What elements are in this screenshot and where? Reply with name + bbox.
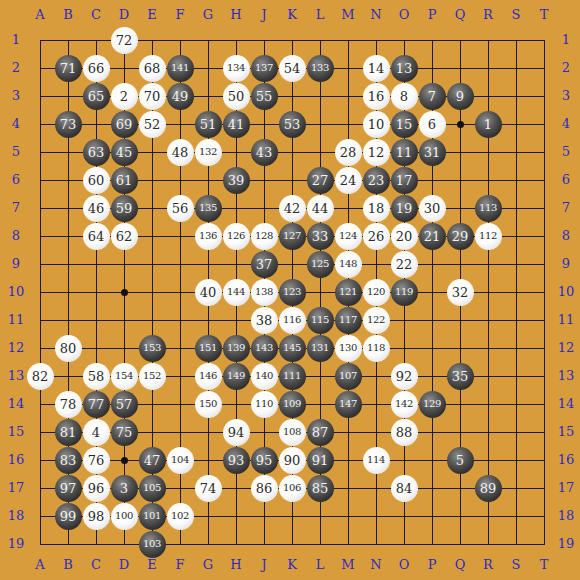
stone-W-52-E4: 52	[139, 111, 166, 138]
stone-B-85-L17: 85	[307, 475, 334, 502]
col-label-M: M	[334, 1, 362, 29]
column-labels-bottom: ABCDEFGHJKLMNOPQRST	[26, 551, 558, 579]
stone-B-37-J9: 37	[251, 251, 278, 278]
col-label-S: S	[502, 1, 530, 29]
stone-W-152-E13: 152	[139, 363, 166, 390]
stone-B-133-L2: 133	[307, 55, 334, 82]
row-labels-left: 12345678910111213141516171819	[2, 26, 30, 558]
stone-W-20-O8: 20	[391, 223, 418, 250]
stone-W-84-O17: 84	[391, 475, 418, 502]
col-label-D: D	[110, 1, 138, 29]
stone-W-24-M6: 24	[335, 167, 362, 194]
col-label-K: K	[278, 551, 306, 579]
go-board[interactable]: 1234567891011121314151617181920212223242…	[0, 0, 580, 580]
stone-W-130-M12: 130	[335, 335, 362, 362]
stone-B-53-K4: 53	[279, 111, 306, 138]
row-label-5: 5	[2, 138, 30, 166]
stone-B-129-P14: 129	[419, 391, 446, 418]
stone-W-94-H15: 94	[223, 419, 250, 446]
row-label-1: 1	[2, 26, 30, 54]
stone-W-82-A13: 82	[27, 363, 54, 390]
stone-B-99-B18: 99	[55, 503, 82, 530]
stone-W-134-H2: 134	[223, 55, 250, 82]
stone-W-154-D13: 154	[111, 363, 138, 390]
row-label-14: 14	[552, 390, 580, 418]
stone-W-128-J8: 128	[251, 223, 278, 250]
stone-B-135-G7: 135	[195, 195, 222, 222]
stone-W-58-C13: 58	[83, 363, 110, 390]
col-label-D: D	[110, 551, 138, 579]
stone-B-41-H4: 41	[223, 111, 250, 138]
col-label-A: A	[26, 551, 54, 579]
col-label-N: N	[362, 551, 390, 579]
col-label-E: E	[138, 1, 166, 29]
stone-W-12-N5: 12	[363, 139, 390, 166]
row-label-10: 10	[552, 278, 580, 306]
row-label-1: 1	[552, 26, 580, 54]
stone-B-1-R4: 1	[475, 111, 502, 138]
row-label-17: 17	[552, 474, 580, 502]
stone-B-95-J16: 95	[251, 447, 278, 474]
col-label-L: L	[306, 1, 334, 29]
stone-B-5-Q16: 5	[447, 447, 474, 474]
stone-B-19-O7: 19	[391, 195, 418, 222]
col-label-G: G	[194, 551, 222, 579]
stone-W-62-D8: 62	[111, 223, 138, 250]
stone-W-2-D3: 2	[111, 83, 138, 110]
col-label-B: B	[54, 1, 82, 29]
stone-B-151-G12: 151	[195, 335, 222, 362]
stone-B-107-M13: 107	[335, 363, 362, 390]
stone-B-71-B2: 71	[55, 55, 82, 82]
stone-B-125-L9: 125	[307, 251, 334, 278]
stone-W-10-N4: 10	[363, 111, 390, 138]
stone-B-143-J12: 143	[251, 335, 278, 362]
col-label-F: F	[166, 1, 194, 29]
column-labels-top: ABCDEFGHJKLMNOPQRST	[26, 1, 558, 29]
stone-B-149-H13: 149	[223, 363, 250, 390]
stone-W-106-K17: 106	[279, 475, 306, 502]
stone-W-26-N8: 26	[363, 223, 390, 250]
stone-W-4-C15: 4	[83, 419, 110, 446]
stone-W-108-K15: 108	[279, 419, 306, 446]
stone-B-23-N6: 23	[363, 167, 390, 194]
row-label-12: 12	[552, 334, 580, 362]
stone-B-63-C5: 63	[83, 139, 110, 166]
row-labels-right: 12345678910111213141516171819	[552, 26, 580, 558]
stone-W-40-G10: 40	[195, 279, 222, 306]
stone-W-44-L7: 44	[307, 195, 334, 222]
stone-B-27-L6: 27	[307, 167, 334, 194]
stone-W-146-G13: 146	[195, 363, 222, 390]
row-label-15: 15	[552, 418, 580, 446]
stone-W-136-G8: 136	[195, 223, 222, 250]
stone-W-14-N2: 14	[363, 55, 390, 82]
stone-W-118-N12: 118	[363, 335, 390, 362]
col-label-J: J	[250, 1, 278, 29]
row-label-16: 16	[552, 446, 580, 474]
stone-W-76-C16: 76	[83, 447, 110, 474]
stone-B-73-B4: 73	[55, 111, 82, 138]
stone-W-32-Q10: 32	[447, 279, 474, 306]
stone-B-87-L15: 87	[307, 419, 334, 446]
stone-B-119-O10: 119	[391, 279, 418, 306]
stone-W-102-F18: 102	[167, 503, 194, 530]
stone-W-142-O14: 142	[391, 391, 418, 418]
stone-B-13-O2: 13	[391, 55, 418, 82]
col-label-J: J	[250, 551, 278, 579]
stone-B-81-B15: 81	[55, 419, 82, 446]
col-label-L: L	[306, 551, 334, 579]
stone-W-30-P7: 30	[419, 195, 446, 222]
stone-B-57-D14: 57	[111, 391, 138, 418]
row-label-18: 18	[2, 502, 30, 530]
stone-W-38-J11: 38	[251, 307, 278, 334]
stone-W-86-J17: 86	[251, 475, 278, 502]
col-label-P: P	[418, 551, 446, 579]
stone-B-145-K12: 145	[279, 335, 306, 362]
row-label-18: 18	[552, 502, 580, 530]
stone-B-101-E18: 101	[139, 503, 166, 530]
row-label-11: 11	[552, 306, 580, 334]
row-label-9: 9	[552, 250, 580, 278]
row-label-4: 4	[552, 110, 580, 138]
stone-B-51-G4: 51	[195, 111, 222, 138]
row-label-9: 9	[2, 250, 30, 278]
stone-W-110-J14: 110	[251, 391, 278, 418]
stone-W-112-R8: 112	[475, 223, 502, 250]
stone-W-148-M9: 148	[335, 251, 362, 278]
row-label-13: 13	[552, 362, 580, 390]
row-label-14: 14	[2, 390, 30, 418]
stone-B-43-J5: 43	[251, 139, 278, 166]
stone-B-21-P8: 21	[419, 223, 446, 250]
stone-B-115-L11: 115	[307, 307, 334, 334]
stone-W-74-G17: 74	[195, 475, 222, 502]
stone-B-121-M10: 121	[335, 279, 362, 306]
row-label-19: 19	[552, 530, 580, 558]
row-label-11: 11	[2, 306, 30, 334]
col-label-Q: Q	[446, 1, 474, 29]
col-label-K: K	[278, 1, 306, 29]
stone-W-50-H3: 50	[223, 83, 250, 110]
stone-B-29-Q8: 29	[447, 223, 474, 250]
stone-B-111-K13: 111	[279, 363, 306, 390]
stone-B-69-D4: 69	[111, 111, 138, 138]
stone-W-114-N16: 114	[363, 447, 390, 474]
row-label-2: 2	[2, 54, 30, 82]
stone-W-124-M8: 124	[335, 223, 362, 250]
stone-B-93-H16: 93	[223, 447, 250, 474]
stone-W-42-K7: 42	[279, 195, 306, 222]
stone-W-8-O3: 8	[391, 83, 418, 110]
col-label-F: F	[166, 551, 194, 579]
stone-B-15-O4: 15	[391, 111, 418, 138]
stone-B-117-M11: 117	[335, 307, 362, 334]
stone-B-55-J3: 55	[251, 83, 278, 110]
stone-W-6-P4: 6	[419, 111, 446, 138]
row-label-7: 7	[2, 194, 30, 222]
col-label-E: E	[138, 551, 166, 579]
stone-W-150-G14: 150	[195, 391, 222, 418]
stone-W-56-F7: 56	[167, 195, 194, 222]
stone-B-109-K14: 109	[279, 391, 306, 418]
stone-B-153-E12: 153	[139, 335, 166, 362]
stone-B-97-B17: 97	[55, 475, 82, 502]
stone-B-39-H6: 39	[223, 167, 250, 194]
col-label-O: O	[390, 1, 418, 29]
row-label-5: 5	[552, 138, 580, 166]
stone-W-90-K16: 90	[279, 447, 306, 474]
row-label-13: 13	[2, 362, 30, 390]
row-label-12: 12	[2, 334, 30, 362]
stone-B-65-C3: 65	[83, 83, 110, 110]
stone-B-7-P3: 7	[419, 83, 446, 110]
stone-B-3-D17: 3	[111, 475, 138, 502]
stone-W-46-C7: 46	[83, 195, 110, 222]
col-label-P: P	[418, 1, 446, 29]
stone-W-144-H10: 144	[223, 279, 250, 306]
stone-B-127-K8: 127	[279, 223, 306, 250]
stone-W-92-O13: 92	[391, 363, 418, 390]
stone-W-28-M5: 28	[335, 139, 362, 166]
stone-W-70-E3: 70	[139, 83, 166, 110]
col-label-T: T	[530, 1, 558, 29]
stone-B-47-E16: 47	[139, 447, 166, 474]
stone-B-89-R17: 89	[475, 475, 502, 502]
stones-layer: 1234567891011121314151617181920212223242…	[26, 26, 558, 558]
stone-W-100-D18: 100	[111, 503, 138, 530]
stone-W-48-F5: 48	[167, 139, 194, 166]
row-label-10: 10	[2, 278, 30, 306]
stone-B-35-Q13: 35	[447, 363, 474, 390]
stone-W-22-O9: 22	[391, 251, 418, 278]
col-label-N: N	[362, 1, 390, 29]
col-label-G: G	[194, 1, 222, 29]
stone-B-59-D7: 59	[111, 195, 138, 222]
col-label-B: B	[54, 551, 82, 579]
row-label-17: 17	[2, 474, 30, 502]
stone-B-147-M14: 147	[335, 391, 362, 418]
stone-B-11-O5: 11	[391, 139, 418, 166]
row-label-3: 3	[552, 82, 580, 110]
stone-B-31-P5: 31	[419, 139, 446, 166]
stone-W-126-H8: 126	[223, 223, 250, 250]
stone-W-78-B14: 78	[55, 391, 82, 418]
row-label-6: 6	[2, 166, 30, 194]
col-label-C: C	[82, 551, 110, 579]
stone-B-123-K10: 123	[279, 279, 306, 306]
row-label-7: 7	[552, 194, 580, 222]
col-label-O: O	[390, 551, 418, 579]
stone-B-141-F2: 141	[167, 55, 194, 82]
col-label-H: H	[222, 1, 250, 29]
stone-B-83-B16: 83	[55, 447, 82, 474]
stone-B-131-L12: 131	[307, 335, 334, 362]
col-label-H: H	[222, 551, 250, 579]
stone-W-88-O15: 88	[391, 419, 418, 446]
row-label-3: 3	[2, 82, 30, 110]
stone-B-137-J2: 137	[251, 55, 278, 82]
stone-B-45-D5: 45	[111, 139, 138, 166]
stone-B-75-D15: 75	[111, 419, 138, 446]
stone-W-122-N11: 122	[363, 307, 390, 334]
stone-W-120-N10: 120	[363, 279, 390, 306]
stone-W-132-G5: 132	[195, 139, 222, 166]
stone-W-140-J13: 140	[251, 363, 278, 390]
stone-W-96-C17: 96	[83, 475, 110, 502]
row-label-2: 2	[552, 54, 580, 82]
stone-W-66-C2: 66	[83, 55, 110, 82]
stone-W-80-B12: 80	[55, 335, 82, 362]
stone-B-105-E17: 105	[139, 475, 166, 502]
stone-B-61-D6: 61	[111, 167, 138, 194]
row-label-4: 4	[2, 110, 30, 138]
stone-B-9-Q3: 9	[447, 83, 474, 110]
col-label-S: S	[502, 551, 530, 579]
stone-W-98-C18: 98	[83, 503, 110, 530]
stone-W-116-K11: 116	[279, 307, 306, 334]
stone-B-33-L8: 33	[307, 223, 334, 250]
row-label-19: 19	[2, 530, 30, 558]
col-label-M: M	[334, 551, 362, 579]
stone-B-77-C14: 77	[83, 391, 110, 418]
stone-B-139-H12: 139	[223, 335, 250, 362]
stone-B-49-F3: 49	[167, 83, 194, 110]
stone-B-91-L16: 91	[307, 447, 334, 474]
col-label-A: A	[26, 1, 54, 29]
col-label-R: R	[474, 551, 502, 579]
row-label-6: 6	[552, 166, 580, 194]
row-label-15: 15	[2, 418, 30, 446]
col-label-R: R	[474, 1, 502, 29]
stone-W-60-C6: 60	[83, 167, 110, 194]
stone-W-104-F16: 104	[167, 447, 194, 474]
stone-W-68-E2: 68	[139, 55, 166, 82]
row-label-16: 16	[2, 446, 30, 474]
col-label-C: C	[82, 1, 110, 29]
stone-W-64-C8: 64	[83, 223, 110, 250]
row-label-8: 8	[552, 222, 580, 250]
stone-B-113-R7: 113	[475, 195, 502, 222]
row-label-8: 8	[2, 222, 30, 250]
stone-W-72-D1: 72	[111, 27, 138, 54]
stone-W-18-N7: 18	[363, 195, 390, 222]
stone-W-54-K2: 54	[279, 55, 306, 82]
stone-W-16-N3: 16	[363, 83, 390, 110]
col-label-Q: Q	[446, 551, 474, 579]
stone-B-17-O6: 17	[391, 167, 418, 194]
stone-W-138-J10: 138	[251, 279, 278, 306]
